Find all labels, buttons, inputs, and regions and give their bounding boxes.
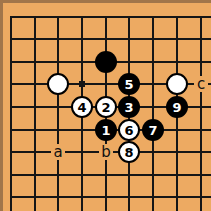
- stone-black: [95, 51, 117, 73]
- grid-vertical-line: [57, 16, 59, 211]
- grid-vertical-line: [152, 16, 154, 211]
- stone-white-2: 2: [95, 96, 117, 118]
- stone-white-4: 4: [71, 96, 93, 118]
- point-label-b: b: [99, 144, 113, 160]
- stone-black-5: 5: [118, 73, 140, 95]
- stone-white: [166, 73, 188, 95]
- stone-black-3: 3: [118, 96, 140, 118]
- grid-vertical-line: [10, 16, 12, 211]
- stone-white-6: 6: [118, 119, 140, 141]
- stone-black-7: 7: [142, 119, 164, 141]
- point-label-a: a: [51, 144, 65, 160]
- grid-horizontal-line: [10, 38, 211, 40]
- grid-horizontal-line: [10, 16, 211, 18]
- point-label-c: c: [194, 76, 208, 92]
- grid-horizontal-line: [10, 174, 211, 176]
- stone-white-8: 8: [118, 141, 140, 163]
- grid-horizontal-line: [10, 196, 211, 198]
- go-board-diagram: 542391678abc: [0, 0, 211, 211]
- stone-white: [47, 73, 69, 95]
- grid-vertical-line: [34, 16, 36, 211]
- stone-black-1: 1: [95, 119, 117, 141]
- stone-black-9: 9: [166, 96, 188, 118]
- star-point-marker: [79, 81, 85, 87]
- grid-vertical-line: [200, 16, 202, 211]
